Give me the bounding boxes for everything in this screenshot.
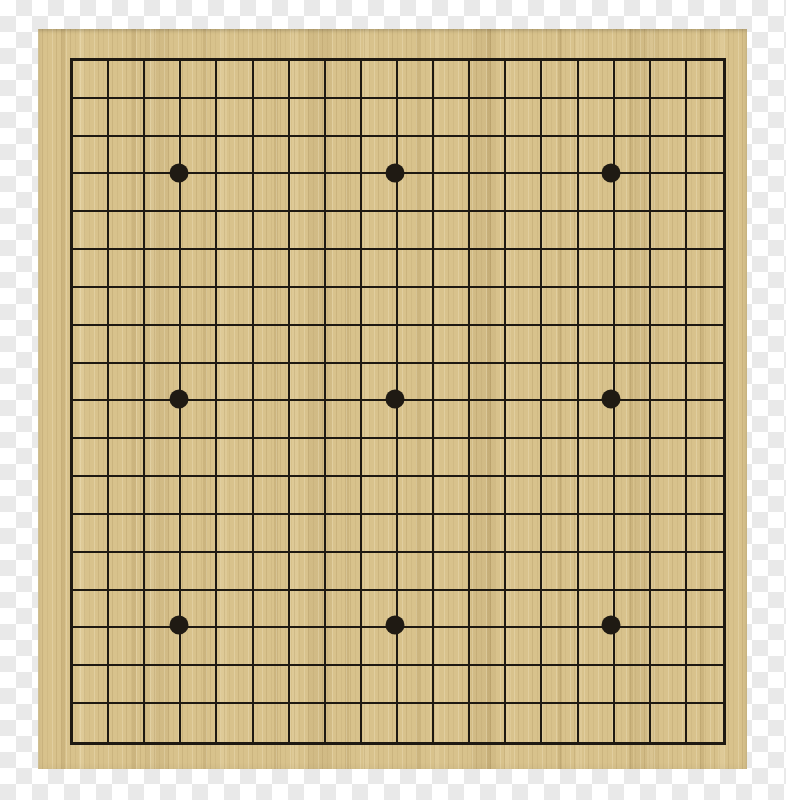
grid-cell <box>470 591 506 629</box>
grid-cell <box>579 553 615 591</box>
grid-cell <box>290 591 326 629</box>
grid-cell <box>109 704 145 742</box>
grid-cell <box>434 250 470 288</box>
grid-cell <box>434 137 470 175</box>
grid-cell <box>217 401 253 439</box>
grid-cell <box>217 61 253 99</box>
grid-cell <box>687 137 723 175</box>
grid-cell <box>73 61 109 99</box>
grid-cell <box>109 250 145 288</box>
grid-cell <box>434 326 470 364</box>
grid-cell <box>470 61 506 99</box>
grid-cell <box>506 704 542 742</box>
grid-cell <box>73 591 109 629</box>
grid-cell <box>217 553 253 591</box>
grid-cell <box>398 212 434 250</box>
grid-cell <box>145 666 181 704</box>
grid-cell <box>326 212 362 250</box>
grid-cell <box>434 515 470 553</box>
grid-cell <box>398 137 434 175</box>
grid-cell <box>109 439 145 477</box>
grid-cell <box>326 174 362 212</box>
grid-cell <box>181 591 217 629</box>
grid-cell <box>615 174 651 212</box>
grid-cell <box>181 704 217 742</box>
grid-cell <box>326 401 362 439</box>
grid-cell <box>579 174 615 212</box>
grid-cell <box>434 666 470 704</box>
grid-cell <box>687 515 723 553</box>
grid-cell <box>290 288 326 326</box>
grid-cell <box>542 99 578 137</box>
grid-cell <box>181 212 217 250</box>
grid-cell <box>326 61 362 99</box>
grid-cell <box>254 666 290 704</box>
grid-cell <box>579 704 615 742</box>
grid-cell <box>73 174 109 212</box>
grid-cell <box>506 61 542 99</box>
grid-cell <box>434 704 470 742</box>
grid-cell <box>615 99 651 137</box>
grid-cell <box>326 439 362 477</box>
grid-cell <box>506 137 542 175</box>
grid-cell <box>290 364 326 402</box>
grid-cell <box>687 99 723 137</box>
grid-cell <box>73 212 109 250</box>
grid-cell <box>217 137 253 175</box>
grid-cell <box>145 439 181 477</box>
grid-cell <box>687 628 723 666</box>
grid-cell <box>398 364 434 402</box>
grid-cell <box>542 137 578 175</box>
grid-cell <box>434 628 470 666</box>
grid-cell <box>615 326 651 364</box>
grid-cell <box>290 666 326 704</box>
grid-cell <box>362 61 398 99</box>
grid-cell <box>398 515 434 553</box>
grid-cell <box>506 515 542 553</box>
grid-cell <box>109 364 145 402</box>
grid-cell <box>254 326 290 364</box>
grid-cell <box>362 439 398 477</box>
grid-cell <box>615 628 651 666</box>
grid-cell <box>254 401 290 439</box>
grid-cell <box>181 174 217 212</box>
grid-cell <box>254 364 290 402</box>
grid-cell <box>254 628 290 666</box>
grid-cell <box>470 212 506 250</box>
grid-cell <box>687 439 723 477</box>
grid-cell <box>687 364 723 402</box>
grid-cell <box>687 477 723 515</box>
grid-cell <box>579 666 615 704</box>
grid-cell <box>290 326 326 364</box>
grid-cell <box>398 61 434 99</box>
grid-cell <box>73 477 109 515</box>
grid-cell <box>651 628 687 666</box>
grid-cell <box>362 628 398 666</box>
grid-cell <box>217 439 253 477</box>
grid-cell <box>506 174 542 212</box>
grid-cell <box>506 99 542 137</box>
grid-cell <box>109 61 145 99</box>
grid-cell <box>362 212 398 250</box>
grid-cell <box>362 364 398 402</box>
grid-cell <box>687 666 723 704</box>
grid-cell <box>579 61 615 99</box>
grid-cell <box>651 61 687 99</box>
grid-cell <box>687 212 723 250</box>
grid-cell <box>651 99 687 137</box>
grid-cell <box>615 61 651 99</box>
transparent-background <box>0 0 786 800</box>
grid-cell <box>254 137 290 175</box>
go-board <box>38 29 747 769</box>
grid-cell <box>651 288 687 326</box>
grid-cell <box>506 439 542 477</box>
grid-cell <box>290 250 326 288</box>
grid-cell <box>254 174 290 212</box>
grid-cell <box>362 401 398 439</box>
grid-cell <box>651 212 687 250</box>
grid-cell <box>290 401 326 439</box>
grid-cell <box>73 401 109 439</box>
grid-cell <box>145 250 181 288</box>
grid-cell <box>290 174 326 212</box>
grid-cell <box>73 364 109 402</box>
grid-cell <box>73 326 109 364</box>
grid-cell <box>145 515 181 553</box>
grid-cell <box>651 364 687 402</box>
grid-cell <box>651 401 687 439</box>
grid-cell <box>217 591 253 629</box>
grid-cell <box>145 477 181 515</box>
grid-cell <box>470 250 506 288</box>
grid-cell <box>109 99 145 137</box>
grid-cell <box>109 628 145 666</box>
grid-cell <box>687 250 723 288</box>
grid-cell <box>290 99 326 137</box>
grid-cell <box>542 250 578 288</box>
grid-cell <box>687 553 723 591</box>
grid-cell <box>615 591 651 629</box>
grid-cell <box>434 212 470 250</box>
grid-cell <box>326 137 362 175</box>
grid-cell <box>615 666 651 704</box>
grid-cell <box>217 174 253 212</box>
grid-cell <box>651 250 687 288</box>
grid-cell <box>145 99 181 137</box>
grid-cell <box>217 212 253 250</box>
grid-cell <box>73 666 109 704</box>
grid-cell <box>290 553 326 591</box>
grid-cell <box>579 628 615 666</box>
grid-cell <box>181 666 217 704</box>
grid-cell <box>254 591 290 629</box>
grid-cell <box>398 553 434 591</box>
grid-cell <box>326 591 362 629</box>
grid-cell <box>506 288 542 326</box>
grid-cell <box>506 666 542 704</box>
grid-cell <box>687 401 723 439</box>
grid-cell <box>362 174 398 212</box>
grid-cell <box>651 174 687 212</box>
grid-cell <box>362 250 398 288</box>
grid-cell <box>398 288 434 326</box>
board-grid <box>70 58 726 745</box>
grid-cell <box>217 666 253 704</box>
grid-cell <box>542 666 578 704</box>
grid-cell <box>326 704 362 742</box>
grid-cell <box>254 704 290 742</box>
grid-cell <box>326 288 362 326</box>
grid-cell <box>542 364 578 402</box>
grid-cell <box>145 326 181 364</box>
grid-cell <box>145 401 181 439</box>
grid-cell <box>181 439 217 477</box>
grid-cell <box>434 553 470 591</box>
grid-cell <box>290 439 326 477</box>
grid-cell <box>470 439 506 477</box>
grid-cell <box>326 250 362 288</box>
grid-cell <box>362 591 398 629</box>
grid-cell <box>326 628 362 666</box>
grid-cell <box>73 628 109 666</box>
grid-cell <box>506 628 542 666</box>
grid-cell <box>434 99 470 137</box>
grid-cell <box>181 401 217 439</box>
grid-cell <box>434 439 470 477</box>
grid-cell <box>651 515 687 553</box>
grid-cell <box>326 326 362 364</box>
grid-cell <box>254 61 290 99</box>
grid-cell <box>109 212 145 250</box>
grid-cell <box>542 326 578 364</box>
grid-cell <box>254 99 290 137</box>
grid-cell <box>542 288 578 326</box>
grid-cell <box>398 326 434 364</box>
grid-cell <box>615 704 651 742</box>
grid-cell <box>398 174 434 212</box>
grid-cell <box>470 666 506 704</box>
grid-cell <box>145 212 181 250</box>
grid-cell <box>109 288 145 326</box>
grid-cell <box>73 439 109 477</box>
grid-cell <box>579 364 615 402</box>
grid-cell <box>579 515 615 553</box>
grid-cell <box>398 477 434 515</box>
grid-cell <box>615 288 651 326</box>
grid-cell <box>217 326 253 364</box>
grid-cell <box>506 401 542 439</box>
grid-cell <box>326 553 362 591</box>
grid-cell <box>362 666 398 704</box>
grid-cell <box>579 288 615 326</box>
grid-cell <box>181 477 217 515</box>
grid-cell <box>109 666 145 704</box>
grid-cell <box>109 137 145 175</box>
grid-cell <box>109 401 145 439</box>
grid-cell <box>651 137 687 175</box>
grid-cell <box>615 401 651 439</box>
grid-cell <box>470 515 506 553</box>
grid-cell <box>615 477 651 515</box>
grid-cell <box>434 477 470 515</box>
grid-cell <box>181 99 217 137</box>
grid-cell <box>181 137 217 175</box>
grid-cell <box>470 174 506 212</box>
grid-cell <box>434 288 470 326</box>
grid-cell <box>145 61 181 99</box>
grid-cell <box>362 99 398 137</box>
grid-cell <box>651 591 687 629</box>
grid-cell <box>579 137 615 175</box>
grid-cell <box>254 553 290 591</box>
grid-cell <box>651 704 687 742</box>
grid-cell <box>542 61 578 99</box>
grid-cell <box>145 174 181 212</box>
grid-cell <box>362 515 398 553</box>
grid-cell <box>109 477 145 515</box>
grid-cell <box>290 628 326 666</box>
grid-cell <box>145 288 181 326</box>
grid-cell <box>217 250 253 288</box>
grid-cell <box>579 401 615 439</box>
grid-cell <box>326 666 362 704</box>
grid-cell <box>542 174 578 212</box>
grid-cell <box>326 99 362 137</box>
grid-cell <box>651 553 687 591</box>
grid-cell <box>254 439 290 477</box>
grid-cell <box>109 326 145 364</box>
grid-cell <box>254 250 290 288</box>
grid-cell <box>579 477 615 515</box>
grid-cell <box>615 439 651 477</box>
grid-cell <box>434 591 470 629</box>
grid-cell <box>542 212 578 250</box>
grid-cell <box>362 288 398 326</box>
grid-cell <box>145 628 181 666</box>
grid-cell <box>362 704 398 742</box>
grid-cell <box>542 553 578 591</box>
grid-cell <box>73 704 109 742</box>
grid-cell <box>217 288 253 326</box>
grid-cell <box>181 288 217 326</box>
grid-cell <box>398 704 434 742</box>
grid-cell <box>615 553 651 591</box>
grid-cell <box>145 591 181 629</box>
grid-cell <box>398 99 434 137</box>
grid-cell <box>398 666 434 704</box>
grid-cell <box>217 364 253 402</box>
grid-cell <box>398 439 434 477</box>
grid-cell <box>145 364 181 402</box>
grid-cell <box>506 591 542 629</box>
grid-cell <box>470 364 506 402</box>
grid-cell <box>326 477 362 515</box>
grid-cell <box>470 288 506 326</box>
grid-cell <box>109 515 145 553</box>
grid-cell <box>398 591 434 629</box>
grid-cell <box>73 137 109 175</box>
grid-cell <box>326 364 362 402</box>
grid-cell <box>470 326 506 364</box>
grid-cell <box>217 704 253 742</box>
grid-cell <box>506 326 542 364</box>
grid-cell <box>181 628 217 666</box>
grid-cell <box>434 61 470 99</box>
grid-cell <box>470 401 506 439</box>
grid-cell <box>579 439 615 477</box>
grid-cell <box>470 137 506 175</box>
grid-cell <box>181 553 217 591</box>
grid-cell <box>615 515 651 553</box>
grid-cell <box>290 61 326 99</box>
grid-cell <box>687 288 723 326</box>
grid-cell <box>254 515 290 553</box>
grid-cell <box>506 212 542 250</box>
grid-cell <box>579 99 615 137</box>
grid-cell <box>181 61 217 99</box>
grid-cell <box>181 515 217 553</box>
grid-cell <box>651 666 687 704</box>
grid-cell <box>362 326 398 364</box>
grid-cell <box>109 174 145 212</box>
grid-cell <box>687 591 723 629</box>
grid-cell <box>687 174 723 212</box>
grid-cell <box>254 212 290 250</box>
grid-cell <box>217 99 253 137</box>
grid-cell <box>398 401 434 439</box>
grid-cell <box>542 477 578 515</box>
grid-cell <box>290 515 326 553</box>
grid-cell <box>506 477 542 515</box>
grid-cell <box>470 704 506 742</box>
grid-cell <box>254 288 290 326</box>
grid-cell <box>470 628 506 666</box>
grid-cell <box>579 591 615 629</box>
grid-cell <box>73 250 109 288</box>
grid-cell <box>362 137 398 175</box>
grid-cell <box>542 439 578 477</box>
grid-cell <box>73 515 109 553</box>
grid-cell <box>217 477 253 515</box>
grid-cell <box>651 439 687 477</box>
grid-cell <box>109 553 145 591</box>
grid-cell <box>470 477 506 515</box>
grid-cell <box>615 250 651 288</box>
grid-cell <box>542 628 578 666</box>
grid-cell <box>542 515 578 553</box>
grid-cell <box>615 364 651 402</box>
grid-cell <box>181 326 217 364</box>
grid-cell <box>434 401 470 439</box>
grid-cell <box>651 477 687 515</box>
grid-cell <box>506 364 542 402</box>
grid-cell <box>615 137 651 175</box>
grid-cell <box>687 326 723 364</box>
grid-cell <box>109 591 145 629</box>
grid-cell <box>542 401 578 439</box>
grid-cell <box>73 288 109 326</box>
grid-cell <box>145 704 181 742</box>
grid-cell <box>181 364 217 402</box>
grid-cell <box>290 137 326 175</box>
grid-cell <box>290 212 326 250</box>
grid-cell <box>651 326 687 364</box>
grid-cell <box>217 515 253 553</box>
grid-cell <box>145 137 181 175</box>
